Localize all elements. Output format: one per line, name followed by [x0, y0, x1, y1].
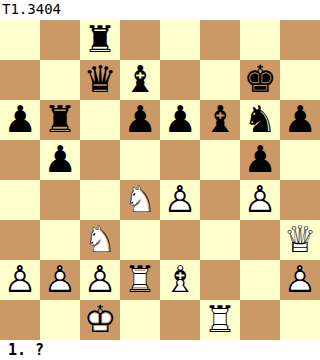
square-g7[interactable]: ♚ [240, 60, 280, 100]
white-pawn-icon[interactable]: ♟♙ [240, 180, 280, 220]
square-g2[interactable] [240, 260, 280, 300]
white-rook-icon[interactable]: ♜♖ [200, 300, 240, 340]
square-h4[interactable] [280, 180, 320, 220]
white-pawn-icon[interactable]: ♟♙ [280, 260, 320, 300]
black-queen-icon[interactable]: ♛ [80, 60, 120, 100]
black-bishop-icon[interactable]: ♝ [120, 60, 160, 100]
square-g3[interactable] [240, 220, 280, 260]
white-pawn-icon[interactable]: ♟♙ [40, 260, 80, 300]
square-d4[interactable]: ♞♘ [120, 180, 160, 220]
square-h1[interactable] [280, 300, 320, 340]
square-c6[interactable] [80, 100, 120, 140]
square-b6[interactable]: ♜ [40, 100, 80, 140]
square-d6[interactable]: ♟ [120, 100, 160, 140]
square-e8[interactable] [160, 20, 200, 60]
square-a7[interactable] [0, 60, 40, 100]
square-b3[interactable] [40, 220, 80, 260]
square-d2[interactable]: ♜♖ [120, 260, 160, 300]
square-b5[interactable]: ♟ [40, 140, 80, 180]
white-knight-outline: ♘ [120, 180, 160, 220]
square-b4[interactable] [40, 180, 80, 220]
black-king-icon[interactable]: ♚ [240, 60, 280, 100]
black-rook-icon[interactable]: ♜ [80, 20, 120, 60]
square-f6[interactable]: ♝ [200, 100, 240, 140]
white-pawn-outline: ♙ [40, 260, 80, 300]
square-d3[interactable] [120, 220, 160, 260]
square-h5[interactable] [280, 140, 320, 180]
white-pawn-outline: ♙ [80, 260, 120, 300]
white-bishop-outline: ♗ [160, 260, 200, 300]
square-a2[interactable]: ♟♙ [0, 260, 40, 300]
square-e1[interactable] [160, 300, 200, 340]
black-pawn-icon[interactable]: ♟ [240, 140, 280, 180]
white-rook-icon[interactable]: ♜♖ [120, 260, 160, 300]
white-pawn-outline: ♙ [0, 260, 40, 300]
square-g6[interactable]: ♞ [240, 100, 280, 140]
white-pawn-icon[interactable]: ♟♙ [0, 260, 40, 300]
square-a8[interactable] [0, 20, 40, 60]
square-a4[interactable] [0, 180, 40, 220]
white-king-outline: ♔ [80, 300, 120, 340]
square-f1[interactable]: ♜♖ [200, 300, 240, 340]
square-h6[interactable]: ♟ [280, 100, 320, 140]
square-b7[interactable] [40, 60, 80, 100]
square-f4[interactable] [200, 180, 240, 220]
white-queen-icon[interactable]: ♛♕ [280, 220, 320, 260]
white-pawn-icon[interactable]: ♟♙ [160, 180, 200, 220]
square-g1[interactable] [240, 300, 280, 340]
square-h8[interactable] [280, 20, 320, 60]
square-g4[interactable]: ♟♙ [240, 180, 280, 220]
square-g5[interactable]: ♟ [240, 140, 280, 180]
square-f8[interactable] [200, 20, 240, 60]
square-f7[interactable] [200, 60, 240, 100]
square-f5[interactable] [200, 140, 240, 180]
square-e7[interactable] [160, 60, 200, 100]
square-f2[interactable] [200, 260, 240, 300]
black-bishop-icon[interactable]: ♝ [200, 100, 240, 140]
white-pawn-outline: ♙ [280, 260, 320, 300]
black-pawn-icon[interactable]: ♟ [160, 100, 200, 140]
square-e3[interactable] [160, 220, 200, 260]
square-c3[interactable]: ♞♘ [80, 220, 120, 260]
square-b8[interactable] [40, 20, 80, 60]
square-e5[interactable] [160, 140, 200, 180]
white-pawn-outline: ♙ [240, 180, 280, 220]
square-d1[interactable] [120, 300, 160, 340]
square-h7[interactable] [280, 60, 320, 100]
square-a3[interactable] [0, 220, 40, 260]
white-queen-outline: ♕ [280, 220, 320, 260]
white-knight-outline: ♘ [80, 220, 120, 260]
square-b1[interactable] [40, 300, 80, 340]
square-c7[interactable]: ♛ [80, 60, 120, 100]
square-d8[interactable] [120, 20, 160, 60]
black-pawn-icon[interactable]: ♟ [0, 100, 40, 140]
black-knight-icon[interactable]: ♞ [240, 100, 280, 140]
black-rook-icon[interactable]: ♜ [40, 100, 80, 140]
square-c1[interactable]: ♚♔ [80, 300, 120, 340]
square-e4[interactable]: ♟♙ [160, 180, 200, 220]
white-pawn-icon[interactable]: ♟♙ [80, 260, 120, 300]
square-a6[interactable]: ♟ [0, 100, 40, 140]
white-knight-icon[interactable]: ♞♘ [80, 220, 120, 260]
black-pawn-icon[interactable]: ♟ [120, 100, 160, 140]
puzzle-id: T1.3404 [0, 0, 320, 20]
move-prompt: 1. ? [0, 340, 320, 360]
white-rook-outline: ♖ [120, 260, 160, 300]
black-pawn-icon[interactable]: ♟ [280, 100, 320, 140]
white-knight-icon[interactable]: ♞♘ [120, 180, 160, 220]
square-a1[interactable] [0, 300, 40, 340]
square-h2[interactable]: ♟♙ [280, 260, 320, 300]
square-e6[interactable]: ♟ [160, 100, 200, 140]
chess-board: ♜♛♝♚♟♜♟♟♝♞♟♟♟♞♘♟♙♟♙♞♘♛♕♟♙♟♙♟♙♜♖♝♗♟♙♚♔♜♖ [0, 20, 320, 340]
square-f3[interactable] [200, 220, 240, 260]
square-c4[interactable] [80, 180, 120, 220]
square-c8[interactable]: ♜ [80, 20, 120, 60]
black-pawn-icon[interactable]: ♟ [40, 140, 80, 180]
white-king-icon[interactable]: ♚♔ [80, 300, 120, 340]
square-g8[interactable] [240, 20, 280, 60]
square-d5[interactable] [120, 140, 160, 180]
white-rook-outline: ♖ [200, 300, 240, 340]
square-c2[interactable]: ♟♙ [80, 260, 120, 300]
square-b2[interactable]: ♟♙ [40, 260, 80, 300]
square-c5[interactable] [80, 140, 120, 180]
white-bishop-icon[interactable]: ♝♗ [160, 260, 200, 300]
white-pawn-outline: ♙ [160, 180, 200, 220]
square-d7[interactable]: ♝ [120, 60, 160, 100]
square-e2[interactable]: ♝♗ [160, 260, 200, 300]
square-a5[interactable] [0, 140, 40, 180]
square-h3[interactable]: ♛♕ [280, 220, 320, 260]
